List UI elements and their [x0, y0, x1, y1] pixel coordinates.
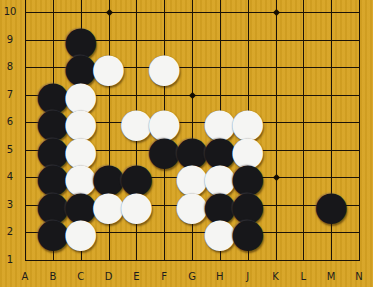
- white-stone-E3: ●: [122, 191, 150, 219]
- white-stone-F8: ●: [150, 53, 178, 81]
- row-label-3: 3: [0, 199, 20, 211]
- go-board[interactable]: ●●●●●●●●●●●●●●●●●●●●●●●●●●●●●●●●●●●●●ABC…: [0, 0, 373, 287]
- col-label-G: G: [181, 271, 203, 282]
- col-label-J: J: [237, 271, 259, 282]
- col-label-C: C: [70, 271, 92, 282]
- col-label-K: K: [265, 271, 287, 282]
- row-label-9: 9: [0, 34, 20, 46]
- row-label-6: 6: [0, 116, 20, 128]
- col-label-M: M: [320, 271, 342, 282]
- go-board-screenshot: ●●●●●●●●●●●●●●●●●●●●●●●●●●●●●●●●●●●●●ABC…: [0, 0, 373, 287]
- grid-line-horizontal-10: [25, 12, 360, 13]
- row-label-4: 4: [0, 171, 20, 183]
- row-label-2: 2: [0, 226, 20, 238]
- col-label-B: B: [42, 271, 64, 282]
- white-stone-C2: ●: [67, 218, 95, 246]
- col-label-D: D: [98, 271, 120, 282]
- row-label-5: 5: [0, 144, 20, 156]
- star-point-K10: [272, 9, 279, 16]
- row-label-7: 7: [0, 89, 20, 101]
- row-label-1: 1: [0, 254, 20, 266]
- col-label-E: E: [125, 271, 147, 282]
- star-point-D10: [105, 9, 112, 16]
- star-point-G7: [189, 92, 196, 99]
- row-label-8: 8: [0, 61, 20, 73]
- star-point-K4: [272, 174, 279, 181]
- col-label-H: H: [209, 271, 231, 282]
- grid-line-horizontal-1: [25, 260, 360, 261]
- black-stone-J2: ●: [234, 218, 262, 246]
- col-label-L: L: [292, 271, 314, 282]
- col-label-A: A: [14, 271, 36, 282]
- col-label-F: F: [153, 271, 175, 282]
- col-label-N: N: [348, 271, 370, 282]
- white-stone-D8: ●: [95, 53, 123, 81]
- row-label-10: 10: [0, 6, 20, 18]
- black-stone-M3: ●: [317, 191, 345, 219]
